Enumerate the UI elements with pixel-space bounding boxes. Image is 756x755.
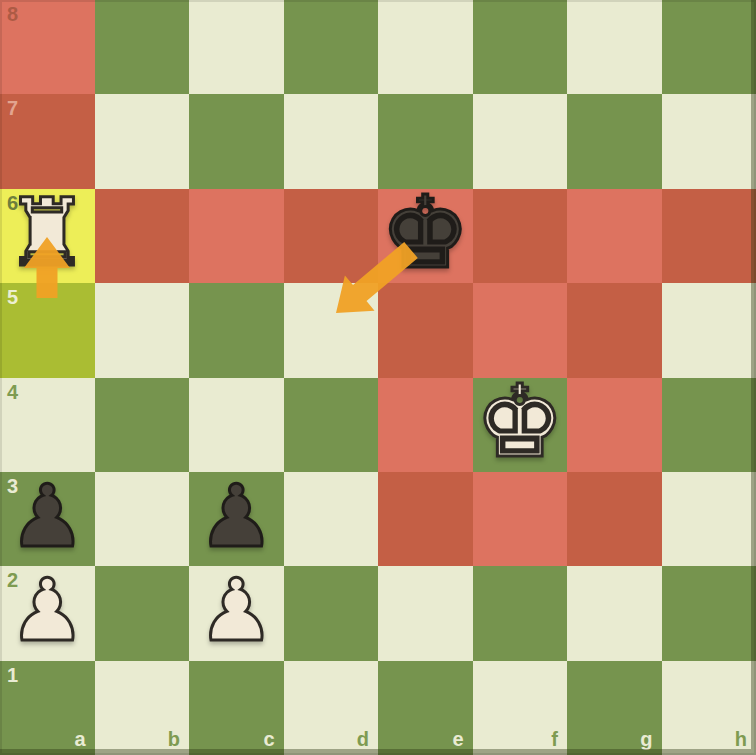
- file-label-a: a: [74, 729, 85, 749]
- square-h4[interactable]: [662, 378, 756, 472]
- square-b2[interactable]: [95, 566, 190, 660]
- file-label-h: h: [735, 729, 747, 749]
- square-g3[interactable]: [567, 472, 662, 566]
- square-b3[interactable]: [95, 472, 190, 566]
- square-e3[interactable]: [378, 472, 473, 566]
- square-a8[interactable]: 8: [0, 0, 95, 94]
- square-c3[interactable]: ♟: [189, 472, 284, 566]
- rank-label-7: 7: [7, 98, 18, 118]
- square-e8[interactable]: [378, 0, 473, 94]
- square-h7[interactable]: [662, 94, 756, 188]
- square-d8[interactable]: [284, 0, 379, 94]
- square-a2[interactable]: 2♟: [0, 566, 95, 660]
- piece-white-king[interactable]: ♚: [473, 375, 568, 469]
- square-h6[interactable]: [662, 189, 756, 283]
- square-b6[interactable]: [95, 189, 190, 283]
- square-g4[interactable]: [567, 378, 662, 472]
- square-g8[interactable]: [567, 0, 662, 94]
- file-label-f: f: [551, 729, 558, 749]
- piece-black-pawn[interactable]: ♟: [189, 469, 284, 563]
- square-h8[interactable]: [662, 0, 756, 94]
- square-f6[interactable]: [473, 189, 568, 283]
- square-h5[interactable]: [662, 283, 756, 377]
- square-d2[interactable]: [284, 566, 379, 660]
- square-d5[interactable]: [284, 283, 379, 377]
- square-c1[interactable]: c: [189, 661, 284, 755]
- square-c5[interactable]: [189, 283, 284, 377]
- square-f8[interactable]: [473, 0, 568, 94]
- square-g2[interactable]: [567, 566, 662, 660]
- piece-black-king[interactable]: ♚: [378, 186, 473, 280]
- square-h3[interactable]: [662, 472, 756, 566]
- piece-white-rook[interactable]: ♜: [0, 186, 95, 280]
- square-b4[interactable]: [95, 378, 190, 472]
- square-d7[interactable]: [284, 94, 379, 188]
- square-b8[interactable]: [95, 0, 190, 94]
- piece-white-pawn[interactable]: ♟: [189, 563, 284, 657]
- file-label-d: d: [357, 729, 369, 749]
- square-a4[interactable]: 4: [0, 378, 95, 472]
- square-c4[interactable]: [189, 378, 284, 472]
- square-c8[interactable]: [189, 0, 284, 94]
- square-a3[interactable]: 3♟: [0, 472, 95, 566]
- piece-black-pawn[interactable]: ♟: [0, 469, 95, 563]
- file-label-b: b: [168, 729, 180, 749]
- square-a6[interactable]: 6♜: [0, 189, 95, 283]
- square-g6[interactable]: [567, 189, 662, 283]
- square-c7[interactable]: [189, 94, 284, 188]
- square-d3[interactable]: [284, 472, 379, 566]
- board-grid: 876♜♚54♚3♟♟2♟♟1abcdefgh: [0, 0, 756, 755]
- square-e6[interactable]: ♚: [378, 189, 473, 283]
- piece-white-pawn[interactable]: ♟: [0, 563, 95, 657]
- file-label-e: e: [452, 729, 463, 749]
- square-a7[interactable]: 7: [0, 94, 95, 188]
- square-g5[interactable]: [567, 283, 662, 377]
- square-f7[interactable]: [473, 94, 568, 188]
- square-b1[interactable]: b: [95, 661, 190, 755]
- rank-label-5: 5: [7, 287, 18, 307]
- square-f4[interactable]: ♚: [473, 378, 568, 472]
- square-a1[interactable]: 1a: [0, 661, 95, 755]
- square-d6[interactable]: [284, 189, 379, 283]
- square-b7[interactable]: [95, 94, 190, 188]
- square-g1[interactable]: g: [567, 661, 662, 755]
- chess-board: 876♜♚54♚3♟♟2♟♟1abcdefgh: [0, 0, 756, 755]
- square-d1[interactable]: d: [284, 661, 379, 755]
- square-g7[interactable]: [567, 94, 662, 188]
- square-e2[interactable]: [378, 566, 473, 660]
- square-d4[interactable]: [284, 378, 379, 472]
- square-f1[interactable]: f: [473, 661, 568, 755]
- square-f3[interactable]: [473, 472, 568, 566]
- rank-label-4: 4: [7, 382, 18, 402]
- square-h1[interactable]: h: [662, 661, 756, 755]
- square-f2[interactable]: [473, 566, 568, 660]
- rank-label-8: 8: [7, 4, 18, 24]
- square-b5[interactable]: [95, 283, 190, 377]
- square-e5[interactable]: [378, 283, 473, 377]
- file-label-c: c: [263, 729, 274, 749]
- rank-label-1: 1: [7, 665, 18, 685]
- file-label-g: g: [640, 729, 652, 749]
- square-a5[interactable]: 5: [0, 283, 95, 377]
- square-e1[interactable]: e: [378, 661, 473, 755]
- square-c6[interactable]: [189, 189, 284, 283]
- square-e4[interactable]: [378, 378, 473, 472]
- square-h2[interactable]: [662, 566, 756, 660]
- square-c2[interactable]: ♟: [189, 566, 284, 660]
